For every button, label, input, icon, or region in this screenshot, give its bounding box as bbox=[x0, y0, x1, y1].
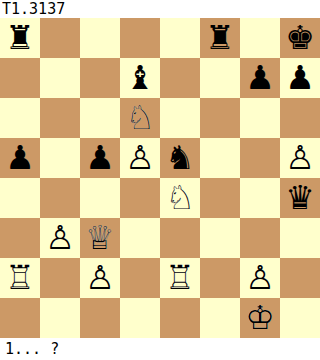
square-f2[interactable] bbox=[200, 258, 240, 298]
white-pawn-piece: ♙ bbox=[120, 138, 160, 178]
black-knight-piece: ♞ bbox=[160, 138, 200, 178]
black-rook-piece: ♜ bbox=[0, 18, 40, 58]
square-c7[interactable] bbox=[80, 58, 120, 98]
white-knight-piece: ♘ bbox=[160, 178, 200, 218]
black-bishop-piece: ♝ bbox=[120, 58, 160, 98]
square-e7[interactable] bbox=[160, 58, 200, 98]
white-pawn-piece: ♙ bbox=[280, 138, 320, 178]
square-g1[interactable]: ♔ bbox=[240, 298, 280, 338]
square-f3[interactable] bbox=[200, 218, 240, 258]
puzzle-title-bar: T1.3137 bbox=[0, 0, 320, 18]
square-b6[interactable] bbox=[40, 98, 80, 138]
square-d5[interactable]: ♙ bbox=[120, 138, 160, 178]
white-pawn-piece: ♙ bbox=[80, 258, 120, 298]
square-f8[interactable]: ♜ bbox=[200, 18, 240, 58]
square-g3[interactable] bbox=[240, 218, 280, 258]
white-queen-piece: ♕ bbox=[80, 218, 120, 258]
square-c8[interactable] bbox=[80, 18, 120, 58]
chess-board: ♜♜♚♝♟♟♘♟♟♙♞♙♘♛♙♕♖♙♖♙♔ bbox=[0, 18, 320, 338]
white-pawn-piece: ♙ bbox=[240, 258, 280, 298]
square-d4[interactable] bbox=[120, 178, 160, 218]
square-e4[interactable]: ♘ bbox=[160, 178, 200, 218]
square-c6[interactable] bbox=[80, 98, 120, 138]
square-g6[interactable] bbox=[240, 98, 280, 138]
black-pawn-piece: ♟ bbox=[280, 58, 320, 98]
black-pawn-piece: ♟ bbox=[80, 138, 120, 178]
square-b8[interactable] bbox=[40, 18, 80, 58]
square-a7[interactable] bbox=[0, 58, 40, 98]
square-c2[interactable]: ♙ bbox=[80, 258, 120, 298]
square-f4[interactable] bbox=[200, 178, 240, 218]
square-b1[interactable] bbox=[40, 298, 80, 338]
square-h4[interactable]: ♛ bbox=[280, 178, 320, 218]
black-rook-piece: ♜ bbox=[200, 18, 240, 58]
square-e6[interactable] bbox=[160, 98, 200, 138]
square-d2[interactable] bbox=[120, 258, 160, 298]
square-e5[interactable]: ♞ bbox=[160, 138, 200, 178]
square-a2[interactable]: ♖ bbox=[0, 258, 40, 298]
square-d3[interactable] bbox=[120, 218, 160, 258]
square-c4[interactable] bbox=[80, 178, 120, 218]
square-b4[interactable] bbox=[40, 178, 80, 218]
square-g7[interactable]: ♟ bbox=[240, 58, 280, 98]
puzzle-id-label: T1.3137 bbox=[2, 0, 65, 18]
white-king-piece: ♔ bbox=[240, 298, 280, 338]
black-pawn-piece: ♟ bbox=[240, 58, 280, 98]
square-b3[interactable]: ♙ bbox=[40, 218, 80, 258]
move-prompt-label: 1... ? bbox=[5, 340, 59, 358]
square-a5[interactable]: ♟ bbox=[0, 138, 40, 178]
white-rook-piece: ♖ bbox=[0, 258, 40, 298]
square-h3[interactable] bbox=[280, 218, 320, 258]
square-g2[interactable]: ♙ bbox=[240, 258, 280, 298]
square-a1[interactable] bbox=[0, 298, 40, 338]
square-f5[interactable] bbox=[200, 138, 240, 178]
square-c5[interactable]: ♟ bbox=[80, 138, 120, 178]
square-g4[interactable] bbox=[240, 178, 280, 218]
square-f6[interactable] bbox=[200, 98, 240, 138]
square-a6[interactable] bbox=[0, 98, 40, 138]
white-pawn-piece: ♙ bbox=[40, 218, 80, 258]
square-b5[interactable] bbox=[40, 138, 80, 178]
chess-puzzle-app: T1.3137 ♜♜♚♝♟♟♘♟♟♙♞♙♘♛♙♕♖♙♖♙♔ 1... ? bbox=[0, 0, 320, 360]
square-c1[interactable] bbox=[80, 298, 120, 338]
square-g5[interactable] bbox=[240, 138, 280, 178]
square-h6[interactable] bbox=[280, 98, 320, 138]
square-b7[interactable] bbox=[40, 58, 80, 98]
square-e3[interactable] bbox=[160, 218, 200, 258]
square-h7[interactable]: ♟ bbox=[280, 58, 320, 98]
square-h8[interactable]: ♚ bbox=[280, 18, 320, 58]
square-e2[interactable]: ♖ bbox=[160, 258, 200, 298]
square-d1[interactable] bbox=[120, 298, 160, 338]
square-h5[interactable]: ♙ bbox=[280, 138, 320, 178]
square-e1[interactable] bbox=[160, 298, 200, 338]
square-a4[interactable] bbox=[0, 178, 40, 218]
square-d6[interactable]: ♘ bbox=[120, 98, 160, 138]
square-a8[interactable]: ♜ bbox=[0, 18, 40, 58]
black-queen-piece: ♛ bbox=[280, 178, 320, 218]
black-pawn-piece: ♟ bbox=[0, 138, 40, 178]
square-e8[interactable] bbox=[160, 18, 200, 58]
square-h2[interactable] bbox=[280, 258, 320, 298]
square-h1[interactable] bbox=[280, 298, 320, 338]
white-rook-piece: ♖ bbox=[160, 258, 200, 298]
square-d7[interactable]: ♝ bbox=[120, 58, 160, 98]
white-knight-piece: ♘ bbox=[120, 98, 160, 138]
square-f7[interactable] bbox=[200, 58, 240, 98]
square-d8[interactable] bbox=[120, 18, 160, 58]
square-a3[interactable] bbox=[0, 218, 40, 258]
square-f1[interactable] bbox=[200, 298, 240, 338]
move-prompt-bar: 1... ? bbox=[0, 338, 320, 360]
black-king-piece: ♚ bbox=[280, 18, 320, 58]
square-c3[interactable]: ♕ bbox=[80, 218, 120, 258]
square-g8[interactable] bbox=[240, 18, 280, 58]
square-b2[interactable] bbox=[40, 258, 80, 298]
